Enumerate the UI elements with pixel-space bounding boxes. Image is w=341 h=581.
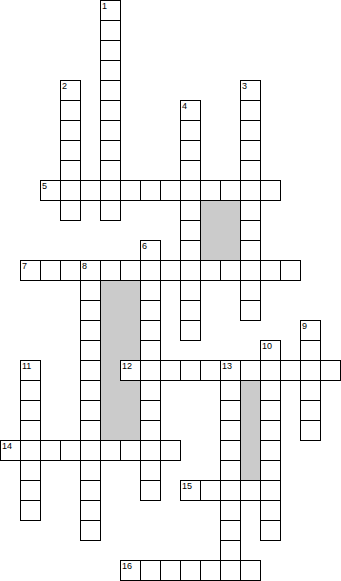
answer-cell-r24c4[interactable] <box>80 480 101 501</box>
answer-cell-r19c7[interactable] <box>140 380 161 401</box>
answer-cell-r8c9[interactable] <box>180 160 201 181</box>
answer-cell-r24c1[interactable] <box>20 480 41 501</box>
answer-cell-r18c11[interactable] <box>220 360 241 381</box>
filler-cell-r14c5 <box>100 280 121 301</box>
filler-cell-r21c5 <box>100 420 121 441</box>
answer-cell-r23c13[interactable] <box>260 460 281 481</box>
answer-cell-r22c0[interactable] <box>0 440 21 461</box>
answer-cell-r24c12[interactable] <box>240 480 261 501</box>
filler-cell-r14c6 <box>120 280 141 301</box>
answer-cell-r21c13[interactable] <box>260 420 281 441</box>
answer-cell-r24c7[interactable] <box>140 480 161 501</box>
answer-cell-r9c9[interactable] <box>180 180 201 201</box>
answer-cell-r21c7[interactable] <box>140 420 161 441</box>
answer-cell-r18c9[interactable] <box>180 360 201 381</box>
answer-cell-r9c3[interactable] <box>60 180 81 201</box>
answer-cell-r6c9[interactable] <box>180 120 201 141</box>
filler-cell-r16c6 <box>120 320 141 341</box>
answer-cell-r13c1[interactable] <box>20 260 41 281</box>
answer-cell-r13c13[interactable] <box>260 260 281 281</box>
answer-cell-r8c12[interactable] <box>240 160 261 181</box>
answer-cell-r25c4[interactable] <box>80 500 101 521</box>
answer-cell-r24c9[interactable] <box>180 480 201 501</box>
answer-cell-r18c13[interactable] <box>260 360 281 381</box>
answer-cell-r12c9[interactable] <box>180 240 201 261</box>
filler-cell-r11c10 <box>200 220 221 241</box>
answer-cell-r28c7[interactable] <box>140 560 161 581</box>
filler-cell-r20c5 <box>100 400 121 421</box>
answer-cell-r18c12[interactable] <box>240 360 261 381</box>
filler-cell-r18c5 <box>100 360 121 381</box>
answer-cell-r13c12[interactable] <box>240 260 261 281</box>
crossword-board: 12345678910111213141516 <box>0 0 341 581</box>
answer-cell-r13c8[interactable] <box>160 260 181 281</box>
filler-cell-r12c10 <box>200 240 221 261</box>
answer-cell-r28c12[interactable] <box>240 560 261 581</box>
answer-cell-r23c1[interactable] <box>20 460 41 481</box>
answer-cell-r18c1[interactable] <box>20 360 41 381</box>
filler-cell-r22c12 <box>240 440 261 461</box>
answer-cell-r25c11[interactable] <box>220 500 241 521</box>
answer-cell-r5c9[interactable] <box>180 100 201 121</box>
answer-cell-r24c10[interactable] <box>200 480 221 501</box>
answer-cell-r19c4[interactable] <box>80 380 101 401</box>
answer-cell-r20c7[interactable] <box>140 400 161 421</box>
filler-cell-r20c12 <box>240 400 261 421</box>
answer-cell-r7c3[interactable] <box>60 140 81 161</box>
answer-cell-r24c11[interactable] <box>220 480 241 501</box>
answer-cell-r19c11[interactable] <box>220 380 241 401</box>
answer-cell-r6c5[interactable] <box>100 120 121 141</box>
answer-cell-r13c11[interactable] <box>220 260 241 281</box>
answer-cell-r3c5[interactable] <box>100 60 121 81</box>
answer-cell-r21c4[interactable] <box>80 420 101 441</box>
answer-cell-r9c10[interactable] <box>200 180 221 201</box>
answer-cell-r4c3[interactable] <box>60 80 81 101</box>
filler-cell-r23c12 <box>240 460 261 481</box>
filler-cell-r19c5 <box>100 380 121 401</box>
answer-cell-r7c12[interactable] <box>240 140 261 161</box>
answer-cell-r6c12[interactable] <box>240 120 261 141</box>
answer-cell-r15c9[interactable] <box>180 300 201 321</box>
answer-cell-r22c6[interactable] <box>120 440 141 461</box>
answer-cell-r9c7[interactable] <box>140 180 161 201</box>
answer-cell-r1c5[interactable] <box>100 20 121 41</box>
filler-cell-r21c6 <box>120 420 141 441</box>
answer-cell-r18c10[interactable] <box>200 360 221 381</box>
answer-cell-r22c3[interactable] <box>60 440 81 461</box>
answer-cell-r9c5[interactable] <box>100 180 121 201</box>
answer-cell-r28c9[interactable] <box>180 560 201 581</box>
answer-cell-r22c8[interactable] <box>160 440 181 461</box>
filler-cell-r15c5 <box>100 300 121 321</box>
answer-cell-r7c9[interactable] <box>180 140 201 161</box>
answer-cell-r13c7[interactable] <box>140 260 161 281</box>
filler-cell-r17c5 <box>100 340 121 361</box>
answer-cell-r9c8[interactable] <box>160 180 181 201</box>
answer-cell-r14c12[interactable] <box>240 280 261 301</box>
answer-cell-r4c5[interactable] <box>100 80 121 101</box>
answer-cell-r11c12[interactable] <box>240 220 261 241</box>
answer-cell-r13c3[interactable] <box>60 260 81 281</box>
filler-cell-r10c10 <box>200 200 221 221</box>
answer-cell-r2c5[interactable] <box>100 40 121 61</box>
answer-cell-r18c15[interactable] <box>300 360 321 381</box>
answer-cell-r21c15[interactable] <box>300 420 321 441</box>
answer-cell-r13c2[interactable] <box>40 260 61 281</box>
answer-cell-r18c6[interactable] <box>120 360 141 381</box>
answer-cell-r5c3[interactable] <box>60 100 81 121</box>
answer-cell-r9c6[interactable] <box>120 180 141 201</box>
answer-cell-r20c1[interactable] <box>20 400 41 421</box>
answer-cell-r8c3[interactable] <box>60 160 81 181</box>
answer-cell-r9c11[interactable] <box>220 180 241 201</box>
answer-cell-r28c8[interactable] <box>160 560 181 581</box>
answer-cell-r28c6[interactable] <box>120 560 141 581</box>
filler-cell-r19c6 <box>120 380 141 401</box>
answer-cell-r20c13[interactable] <box>260 400 281 421</box>
answer-cell-r18c16[interactable] <box>320 360 341 381</box>
answer-cell-r21c1[interactable] <box>20 420 41 441</box>
answer-cell-r5c5[interactable] <box>100 100 121 121</box>
answer-cell-r0c5[interactable] <box>100 0 121 21</box>
answer-cell-r18c14[interactable] <box>280 360 301 381</box>
answer-cell-r28c10[interactable] <box>200 560 221 581</box>
answer-cell-r28c11[interactable] <box>220 560 241 581</box>
answer-cell-r19c1[interactable] <box>20 380 41 401</box>
answer-cell-r22c5[interactable] <box>100 440 121 461</box>
answer-cell-r14c4[interactable] <box>80 280 101 301</box>
answer-cell-r10c5[interactable] <box>100 200 121 221</box>
answer-cell-r12c12[interactable] <box>240 240 261 261</box>
answer-cell-r13c9[interactable] <box>180 260 201 281</box>
answer-cell-r20c15[interactable] <box>300 400 321 421</box>
answer-cell-r6c3[interactable] <box>60 120 81 141</box>
answer-cell-r16c4[interactable] <box>80 320 101 341</box>
answer-cell-r9c4[interactable] <box>80 180 101 201</box>
answer-cell-r20c11[interactable] <box>220 400 241 421</box>
answer-cell-r5c12[interactable] <box>240 100 261 121</box>
answer-cell-r8c5[interactable] <box>100 160 121 181</box>
answer-cell-r11c9[interactable] <box>180 220 201 241</box>
filler-cell-r12c11 <box>220 240 241 261</box>
answer-cell-r13c6[interactable] <box>120 260 141 281</box>
answer-cell-r22c7[interactable] <box>140 440 161 461</box>
answer-cell-r13c10[interactable] <box>200 260 221 281</box>
answer-cell-r9c2[interactable] <box>40 180 61 201</box>
answer-cell-r26c11[interactable] <box>220 520 241 541</box>
answer-cell-r17c15[interactable] <box>300 340 321 361</box>
answer-cell-r25c13[interactable] <box>260 500 281 521</box>
filler-cell-r17c6 <box>120 340 141 361</box>
answer-cell-r13c5[interactable] <box>100 260 121 281</box>
answer-cell-r18c8[interactable] <box>160 360 181 381</box>
answer-cell-r17c13[interactable] <box>260 340 281 361</box>
answer-cell-r17c4[interactable] <box>80 340 101 361</box>
answer-cell-r12c7[interactable] <box>140 240 161 261</box>
answer-cell-r14c7[interactable] <box>140 280 161 301</box>
answer-cell-r9c13[interactable] <box>260 180 281 201</box>
answer-cell-r18c4[interactable] <box>80 360 101 381</box>
answer-cell-r13c14[interactable] <box>280 260 301 281</box>
filler-cell-r20c6 <box>120 400 141 421</box>
answer-cell-r16c9[interactable] <box>180 320 201 341</box>
answer-cell-r24c13[interactable] <box>260 480 281 501</box>
answer-cell-r20c4[interactable] <box>80 400 101 421</box>
answer-cell-r10c12[interactable] <box>240 200 261 221</box>
answer-cell-r13c4[interactable] <box>80 260 101 281</box>
filler-cell-r21c12 <box>240 420 261 441</box>
answer-cell-r14c9[interactable] <box>180 280 201 301</box>
answer-cell-r23c4[interactable] <box>80 460 101 481</box>
filler-cell-r11c11 <box>220 220 241 241</box>
answer-cell-r27c11[interactable] <box>220 540 241 561</box>
answer-cell-r22c11[interactable] <box>220 440 241 461</box>
answer-cell-r22c1[interactable] <box>20 440 41 461</box>
answer-cell-r9c12[interactable] <box>240 180 261 201</box>
answer-cell-r22c2[interactable] <box>40 440 61 461</box>
answer-cell-r16c7[interactable] <box>140 320 161 341</box>
filler-cell-r16c5 <box>100 320 121 341</box>
answer-cell-r25c1[interactable] <box>20 500 41 521</box>
answer-cell-r17c7[interactable] <box>140 340 161 361</box>
answer-cell-r15c4[interactable] <box>80 300 101 321</box>
answer-cell-r26c4[interactable] <box>80 520 101 541</box>
answer-cell-r22c4[interactable] <box>80 440 101 461</box>
answer-cell-r4c12[interactable] <box>240 80 261 101</box>
answer-cell-r7c5[interactable] <box>100 140 121 161</box>
answer-cell-r19c15[interactable] <box>300 380 321 401</box>
filler-cell-r15c6 <box>120 300 141 321</box>
answer-cell-r21c11[interactable] <box>220 420 241 441</box>
filler-cell-r10c11 <box>220 200 241 221</box>
answer-cell-r10c9[interactable] <box>180 200 201 221</box>
answer-cell-r26c13[interactable] <box>260 520 281 541</box>
answer-cell-r23c11[interactable] <box>220 460 241 481</box>
answer-cell-r16c15[interactable] <box>300 320 321 341</box>
answer-cell-r10c3[interactable] <box>60 200 81 221</box>
filler-cell-r19c12 <box>240 380 261 401</box>
answer-cell-r23c7[interactable] <box>140 460 161 481</box>
answer-cell-r22c13[interactable] <box>260 440 281 461</box>
answer-cell-r15c7[interactable] <box>140 300 161 321</box>
answer-cell-r15c12[interactable] <box>240 300 261 321</box>
answer-cell-r18c7[interactable] <box>140 360 161 381</box>
answer-cell-r19c13[interactable] <box>260 380 281 401</box>
